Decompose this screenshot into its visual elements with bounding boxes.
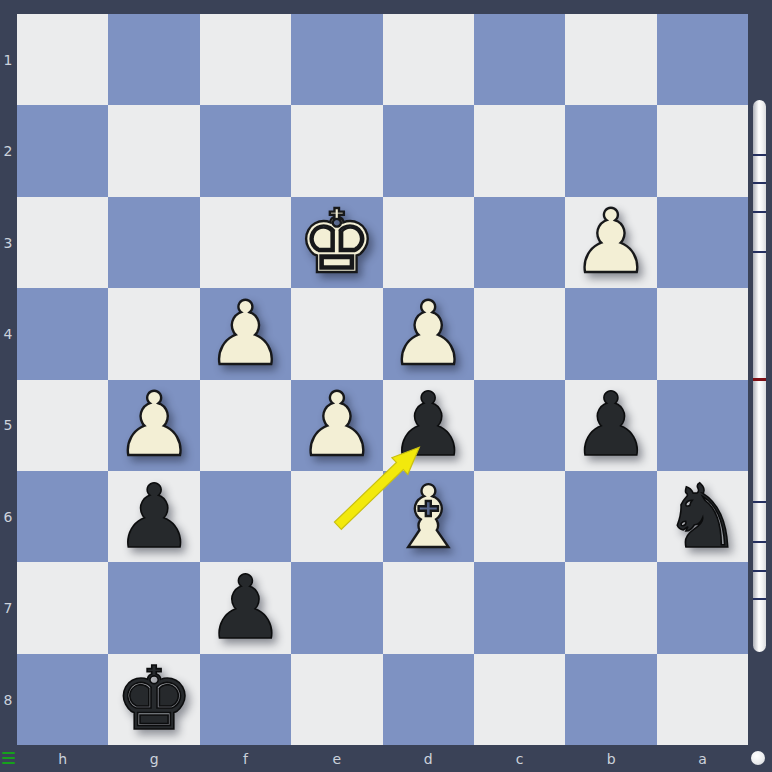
menu-icon-bar (2, 752, 15, 754)
white-pawn-e5[interactable]: ♟ (297, 381, 376, 469)
square-f1[interactable] (200, 14, 291, 105)
square-d3[interactable] (383, 197, 474, 288)
menu-icon-bar (2, 757, 15, 759)
square-g4[interactable] (108, 288, 199, 379)
board: ♚♟♟♟♟♟♟♟♟♝♞♟♚ (17, 14, 748, 745)
file-label-h: h (58, 751, 67, 767)
file-label-g: g (150, 751, 159, 767)
square-c8[interactable] (474, 654, 565, 745)
eval-bar-tick (753, 501, 766, 503)
square-g5[interactable]: ♟ (108, 380, 199, 471)
square-d7[interactable] (383, 562, 474, 653)
square-d8[interactable] (383, 654, 474, 745)
eval-bar-tick (753, 182, 766, 184)
square-a6[interactable]: ♞ (657, 471, 748, 562)
rank-label-1: 1 (4, 52, 13, 68)
square-c3[interactable] (474, 197, 565, 288)
evaluation-bar[interactable] (753, 100, 766, 652)
eval-bar-marker (753, 378, 766, 381)
square-c4[interactable] (474, 288, 565, 379)
square-h7[interactable] (17, 562, 108, 653)
file-label-f: f (243, 751, 248, 767)
square-b8[interactable] (565, 654, 656, 745)
square-e6[interactable] (291, 471, 382, 562)
eval-bar-tick (753, 598, 766, 600)
square-g6[interactable]: ♟ (108, 471, 199, 562)
rank-label-7: 7 (4, 600, 13, 616)
square-a4[interactable] (657, 288, 748, 379)
square-e8[interactable] (291, 654, 382, 745)
black-pawn-f7[interactable]: ♟ (206, 564, 285, 652)
white-pawn-g5[interactable]: ♟ (115, 381, 194, 469)
eval-bar-tick (753, 211, 766, 213)
rank-label-5: 5 (4, 417, 13, 433)
square-c2[interactable] (474, 105, 565, 196)
white-bishop-d6[interactable]: ♝ (390, 474, 467, 560)
square-h8[interactable] (17, 654, 108, 745)
square-b2[interactable] (565, 105, 656, 196)
chess-app-window: ♚♟♟♟♟♟♟♟♟♝♞♟♚ 12345678 hgfedcba (0, 0, 772, 772)
square-c6[interactable] (474, 471, 565, 562)
square-f7[interactable]: ♟ (200, 562, 291, 653)
rank-label-2: 2 (4, 143, 13, 159)
square-g2[interactable] (108, 105, 199, 196)
square-f8[interactable] (200, 654, 291, 745)
white-to-move-indicator (751, 751, 765, 765)
black-king-g8[interactable]: ♚ (115, 655, 194, 743)
menu-icon[interactable] (2, 752, 15, 764)
square-f4[interactable]: ♟ (200, 288, 291, 379)
rank-label-8: 8 (4, 692, 13, 708)
file-label-e: e (333, 751, 342, 767)
white-king-e3[interactable]: ♚ (297, 198, 376, 286)
square-a5[interactable] (657, 380, 748, 471)
square-d5[interactable]: ♟ (383, 380, 474, 471)
white-pawn-d4[interactable]: ♟ (389, 290, 468, 378)
file-label-b: b (607, 751, 616, 767)
square-d1[interactable] (383, 14, 474, 105)
file-label-a: a (698, 751, 707, 767)
square-h1[interactable] (17, 14, 108, 105)
square-d4[interactable]: ♟ (383, 288, 474, 379)
square-a2[interactable] (657, 105, 748, 196)
eval-bar-tick (753, 570, 766, 572)
black-pawn-b5[interactable]: ♟ (572, 381, 651, 469)
square-g7[interactable] (108, 562, 199, 653)
square-b1[interactable] (565, 14, 656, 105)
square-d2[interactable] (383, 105, 474, 196)
white-pawn-b3[interactable]: ♟ (572, 198, 651, 286)
square-e1[interactable] (291, 14, 382, 105)
square-e5[interactable]: ♟ (291, 380, 382, 471)
square-c7[interactable] (474, 562, 565, 653)
eval-bar-tick (753, 154, 766, 156)
eval-bar-tick (753, 251, 766, 253)
menu-icon-bar (2, 762, 15, 764)
square-b3[interactable]: ♟ (565, 197, 656, 288)
square-e4[interactable] (291, 288, 382, 379)
rank-label-4: 4 (4, 326, 13, 342)
square-f6[interactable] (200, 471, 291, 562)
square-h3[interactable] (17, 197, 108, 288)
square-d6[interactable]: ♝ (383, 471, 474, 562)
square-b7[interactable] (565, 562, 656, 653)
square-b4[interactable] (565, 288, 656, 379)
black-knight-a6[interactable]: ♞ (663, 473, 742, 561)
square-a1[interactable] (657, 14, 748, 105)
square-g8[interactable]: ♚ (108, 654, 199, 745)
black-pawn-g6[interactable]: ♟ (115, 473, 194, 561)
square-g3[interactable] (108, 197, 199, 288)
square-h4[interactable] (17, 288, 108, 379)
square-e7[interactable] (291, 562, 382, 653)
square-e2[interactable] (291, 105, 382, 196)
white-pawn-f4[interactable]: ♟ (206, 290, 285, 378)
square-h2[interactable] (17, 105, 108, 196)
square-c1[interactable] (474, 14, 565, 105)
square-h5[interactable] (17, 380, 108, 471)
eval-bar-tick (753, 541, 766, 543)
square-a7[interactable] (657, 562, 748, 653)
square-e3[interactable]: ♚ (291, 197, 382, 288)
square-f5[interactable] (200, 380, 291, 471)
square-b5[interactable]: ♟ (565, 380, 656, 471)
square-f2[interactable] (200, 105, 291, 196)
rank-label-3: 3 (4, 235, 13, 251)
square-a3[interactable] (657, 197, 748, 288)
square-f3[interactable] (200, 197, 291, 288)
file-label-d: d (424, 751, 433, 767)
square-g1[interactable] (108, 14, 199, 105)
square-b6[interactable] (565, 471, 656, 562)
black-pawn-d5[interactable]: ♟ (389, 381, 468, 469)
square-c5[interactable] (474, 380, 565, 471)
rank-label-6: 6 (4, 509, 13, 525)
square-h6[interactable] (17, 471, 108, 562)
square-a8[interactable] (657, 654, 748, 745)
file-label-c: c (516, 751, 524, 767)
